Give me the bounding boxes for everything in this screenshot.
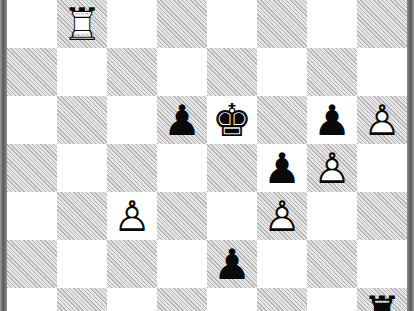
square-c3 (107, 240, 157, 288)
white-pawn-g5: ♟♙ (307, 144, 357, 192)
square-c4: ♟♙ (107, 192, 157, 240)
square-h7 (357, 48, 407, 96)
square-d6: ♟ (157, 96, 207, 144)
black-rook-h2: ♜ (357, 288, 407, 311)
square-b3 (57, 240, 107, 288)
square-f6 (257, 96, 307, 144)
square-b4 (57, 192, 107, 240)
square-h6: ♟♙ (357, 96, 407, 144)
square-d5 (157, 144, 207, 192)
square-f8 (257, 0, 307, 48)
black-pawn-f5: ♟ (257, 144, 307, 192)
square-f7 (257, 48, 307, 96)
square-e2 (207, 288, 257, 311)
square-e3: ♟ (207, 240, 257, 288)
black-pawn-d6: ♟ (157, 96, 207, 144)
square-a7 (7, 48, 57, 96)
square-e6: ♚ (207, 96, 257, 144)
square-d4 (157, 192, 207, 240)
square-g8 (307, 0, 357, 48)
square-d7 (157, 48, 207, 96)
square-a5 (7, 144, 57, 192)
board-left-border (0, 0, 7, 311)
square-e5 (207, 144, 257, 192)
square-h3 (357, 240, 407, 288)
board-right-border (407, 0, 414, 311)
square-f4: ♟♙ (257, 192, 307, 240)
square-a6 (7, 96, 57, 144)
square-h8 (357, 0, 407, 48)
square-g7 (307, 48, 357, 96)
square-a3 (7, 240, 57, 288)
square-b7 (57, 48, 107, 96)
square-d2 (157, 288, 207, 311)
square-h4 (357, 192, 407, 240)
square-c7 (107, 48, 157, 96)
square-c5 (107, 144, 157, 192)
square-e4 (207, 192, 257, 240)
square-h2: ♜ (357, 288, 407, 311)
chess-board: ♜♖♟♚♟♟♙♟♟♙♟♙♟♙♟♜ (7, 0, 407, 311)
square-d3 (157, 240, 207, 288)
white-pawn-f4: ♟♙ (257, 192, 307, 240)
square-c2 (107, 288, 157, 311)
black-pawn-e3: ♟ (207, 240, 257, 288)
square-d8 (157, 0, 207, 48)
square-a4 (7, 192, 57, 240)
black-pawn-g6: ♟ (307, 96, 357, 144)
square-g4 (307, 192, 357, 240)
white-pawn-c4: ♟♙ (107, 192, 157, 240)
square-g3 (307, 240, 357, 288)
square-c8 (107, 0, 157, 48)
square-b6 (57, 96, 107, 144)
square-f5: ♟ (257, 144, 307, 192)
square-h5 (357, 144, 407, 192)
white-pawn-h6: ♟♙ (357, 96, 407, 144)
square-e7 (207, 48, 257, 96)
black-king-e6: ♚ (207, 96, 257, 144)
square-g6: ♟ (307, 96, 357, 144)
square-c6 (107, 96, 157, 144)
square-b8: ♜♖ (57, 0, 107, 48)
white-rook-b8: ♜♖ (57, 0, 107, 48)
square-b2 (57, 288, 107, 311)
square-a2 (7, 288, 57, 311)
square-g2 (307, 288, 357, 311)
square-a8 (7, 0, 57, 48)
square-e8 (207, 0, 257, 48)
square-f3 (257, 240, 307, 288)
square-g5: ♟♙ (307, 144, 357, 192)
square-b5 (57, 144, 107, 192)
square-f2 (257, 288, 307, 311)
chess-diagram: ♜♖♟♚♟♟♙♟♟♙♟♙♟♙♟♜ (0, 0, 414, 311)
